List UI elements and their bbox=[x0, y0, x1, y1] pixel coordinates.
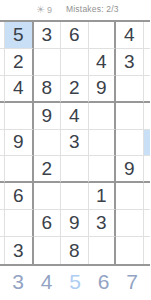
sudoku-cell[interactable]: 6 bbox=[61, 22, 89, 49]
sudoku-cell[interactable] bbox=[116, 76, 144, 103]
sudoku-cell[interactable]: 3 bbox=[34, 22, 62, 49]
pad-number-3[interactable]: 3 bbox=[4, 270, 32, 294]
sudoku-cell[interactable] bbox=[61, 156, 89, 183]
sudoku-cell[interactable]: 3 bbox=[5, 237, 34, 264]
sudoku-cell[interactable] bbox=[61, 49, 89, 76]
pad-number-5[interactable]: 5 bbox=[61, 270, 89, 294]
cell-digit: 3 bbox=[69, 131, 80, 153]
sudoku-cell[interactable] bbox=[144, 156, 151, 183]
sudoku-cell[interactable]: 4 bbox=[61, 103, 89, 130]
pad-number-6[interactable]: 6 bbox=[90, 270, 118, 294]
cell-digit: 4 bbox=[69, 105, 80, 127]
pad-number-4[interactable]: 4 bbox=[33, 270, 61, 294]
sudoku-cell[interactable] bbox=[61, 183, 89, 210]
sudoku-cell[interactable] bbox=[144, 210, 151, 237]
sudoku-cell[interactable] bbox=[89, 130, 117, 157]
sudoku-cell[interactable]: 6 bbox=[5, 183, 34, 210]
sudoku-cell[interactable]: 8 bbox=[61, 237, 89, 264]
sudoku-cell[interactable]: 9 bbox=[89, 76, 117, 103]
sudoku-cell[interactable]: 2 bbox=[5, 49, 34, 76]
top-bar: ☀ 9 Mistakes: 2/3 bbox=[0, 0, 150, 20]
cell-digit: 6 bbox=[13, 185, 24, 207]
cell-digit: 4 bbox=[13, 77, 24, 99]
number-pad: 34567 bbox=[4, 268, 146, 296]
sudoku-cell[interactable] bbox=[144, 22, 151, 49]
sudoku-cell[interactable]: 5 bbox=[5, 22, 34, 49]
cell-digit: 8 bbox=[69, 240, 80, 262]
sudoku-cell[interactable] bbox=[144, 49, 151, 76]
cell-digit: 9 bbox=[96, 77, 107, 99]
hint-counter[interactable]: ☀ 9 bbox=[36, 3, 52, 17]
sudoku-cell[interactable] bbox=[5, 156, 34, 183]
sudoku-cell[interactable] bbox=[144, 237, 151, 264]
sudoku-cell[interactable] bbox=[34, 237, 62, 264]
cell-digit: 9 bbox=[69, 212, 80, 234]
sudoku-board[interactable]: 536424348299493296169338 bbox=[0, 20, 150, 266]
cell-digit: 9 bbox=[124, 158, 135, 180]
sudoku-cell[interactable] bbox=[116, 183, 144, 210]
sudoku-cell[interactable]: 9 bbox=[116, 156, 144, 183]
cell-digit: 3 bbox=[41, 24, 52, 46]
cell-digit: 9 bbox=[41, 105, 52, 127]
sudoku-cell[interactable]: 4 bbox=[89, 49, 117, 76]
sudoku-cell[interactable]: 3 bbox=[61, 130, 89, 157]
sudoku-cell[interactable] bbox=[116, 103, 144, 130]
hint-count: 9 bbox=[47, 5, 52, 15]
sudoku-cell[interactable]: 2 bbox=[61, 76, 89, 103]
sudoku-cell[interactable]: 9 bbox=[5, 130, 34, 157]
cell-digit: 6 bbox=[41, 212, 52, 234]
pad-number-7[interactable]: 7 bbox=[118, 270, 146, 294]
sun-icon: ☀ bbox=[36, 5, 45, 15]
sudoku-cell[interactable]: 8 bbox=[34, 76, 62, 103]
sudoku-cell[interactable] bbox=[34, 183, 62, 210]
sudoku-cell[interactable] bbox=[144, 183, 151, 210]
sudoku-cell[interactable]: 6 bbox=[34, 210, 62, 237]
sudoku-cell[interactable]: 9 bbox=[61, 210, 89, 237]
sudoku-cell[interactable] bbox=[116, 210, 144, 237]
sudoku-cell[interactable]: 1 bbox=[89, 183, 117, 210]
cell-digit: 8 bbox=[41, 77, 52, 99]
sudoku-cell[interactable] bbox=[144, 130, 151, 157]
sudoku-cell[interactable] bbox=[144, 76, 151, 103]
cell-digit: 3 bbox=[96, 212, 107, 234]
sudoku-cell[interactable] bbox=[34, 49, 62, 76]
sudoku-cell[interactable] bbox=[89, 103, 117, 130]
sudoku-cell[interactable]: 4 bbox=[5, 76, 34, 103]
sudoku-cell[interactable] bbox=[116, 237, 144, 264]
sudoku-cell[interactable]: 4 bbox=[116, 22, 144, 49]
cell-digit: 3 bbox=[124, 51, 135, 73]
cell-digit: 9 bbox=[13, 131, 24, 153]
sudoku-cell[interactable] bbox=[34, 130, 62, 157]
sudoku-cell[interactable] bbox=[89, 156, 117, 183]
cell-digit: 4 bbox=[96, 51, 107, 73]
cell-digit: 2 bbox=[69, 77, 80, 99]
sudoku-cell[interactable] bbox=[89, 237, 117, 264]
sudoku-cell[interactable]: 3 bbox=[116, 49, 144, 76]
sudoku-cell[interactable]: 2 bbox=[34, 156, 62, 183]
cell-digit: 2 bbox=[41, 158, 52, 180]
sudoku-cell[interactable] bbox=[5, 210, 34, 237]
cell-digit: 3 bbox=[13, 240, 24, 262]
cell-digit: 4 bbox=[124, 24, 135, 46]
sudoku-cell[interactable]: 3 bbox=[89, 210, 117, 237]
sudoku-cell[interactable] bbox=[116, 130, 144, 157]
cell-digit: 1 bbox=[96, 185, 107, 207]
cell-digit: 6 bbox=[69, 24, 80, 46]
sudoku-cell[interactable] bbox=[5, 103, 34, 130]
mistakes-counter: Mistakes: 2/3 bbox=[66, 4, 119, 14]
sudoku-cell[interactable] bbox=[89, 22, 117, 49]
cell-digit: 5 bbox=[13, 24, 24, 46]
cell-digit: 2 bbox=[13, 51, 24, 73]
sudoku-cell[interactable] bbox=[144, 103, 151, 130]
sudoku-cell[interactable]: 9 bbox=[34, 103, 62, 130]
